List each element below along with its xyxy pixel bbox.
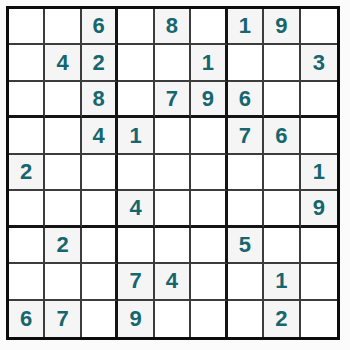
cell-r1c9[interactable] [301, 9, 337, 45]
cell-r8c2[interactable] [45, 264, 81, 300]
cell-r8c8: 1 [264, 264, 300, 300]
cell-r6c9: 9 [301, 191, 337, 227]
cell-r9c1: 6 [9, 301, 45, 337]
cell-r8c3[interactable] [82, 264, 118, 300]
cell-r1c4[interactable] [118, 9, 154, 45]
cell-r1c1[interactable] [9, 9, 45, 45]
cell-r6c4: 4 [118, 191, 154, 227]
cell-r9c7[interactable] [228, 301, 264, 337]
cell-r4c9[interactable] [301, 118, 337, 154]
cell-r5c7[interactable] [228, 155, 264, 191]
cell-r5c5[interactable] [155, 155, 191, 191]
cell-r7c6[interactable] [191, 228, 227, 264]
cell-r2c8[interactable] [264, 45, 300, 81]
cell-r8c7[interactable] [228, 264, 264, 300]
cell-r3c2[interactable] [45, 82, 81, 118]
cell-r7c3[interactable] [82, 228, 118, 264]
cell-r9c6[interactable] [191, 301, 227, 337]
cell-r5c8[interactable] [264, 155, 300, 191]
cell-r7c7: 5 [228, 228, 264, 264]
cell-r3c5: 7 [155, 82, 191, 118]
cell-r7c4[interactable] [118, 228, 154, 264]
cell-r6c7[interactable] [228, 191, 264, 227]
cell-r3c8[interactable] [264, 82, 300, 118]
cell-r7c1[interactable] [9, 228, 45, 264]
cell-r8c1[interactable] [9, 264, 45, 300]
cell-r4c7: 7 [228, 118, 264, 154]
cell-r1c5: 8 [155, 9, 191, 45]
cell-r6c3[interactable] [82, 191, 118, 227]
cell-r4c3: 4 [82, 118, 118, 154]
cell-r4c8: 6 [264, 118, 300, 154]
cell-r3c3: 8 [82, 82, 118, 118]
cell-r2c7[interactable] [228, 45, 264, 81]
cell-r3c9[interactable] [301, 82, 337, 118]
cell-r3c4[interactable] [118, 82, 154, 118]
cell-r8c4: 7 [118, 264, 154, 300]
cell-r1c7: 1 [228, 9, 264, 45]
cell-r2c5[interactable] [155, 45, 191, 81]
cell-r4c6[interactable] [191, 118, 227, 154]
cell-r8c9[interactable] [301, 264, 337, 300]
cell-r3c1[interactable] [9, 82, 45, 118]
cell-r8c6[interactable] [191, 264, 227, 300]
cell-r4c1[interactable] [9, 118, 45, 154]
cell-r1c6[interactable] [191, 9, 227, 45]
cell-r2c6: 1 [191, 45, 227, 81]
cell-r9c8: 2 [264, 301, 300, 337]
cell-r2c3: 2 [82, 45, 118, 81]
cell-r7c9[interactable] [301, 228, 337, 264]
cell-r1c8: 9 [264, 9, 300, 45]
cell-r1c3: 6 [82, 9, 118, 45]
cell-r9c3[interactable] [82, 301, 118, 337]
cell-r7c8[interactable] [264, 228, 300, 264]
cell-r5c9: 1 [301, 155, 337, 191]
cell-r7c5[interactable] [155, 228, 191, 264]
cell-r3c7: 6 [228, 82, 264, 118]
cell-r5c4[interactable] [118, 155, 154, 191]
cell-r4c5[interactable] [155, 118, 191, 154]
cell-r9c4: 9 [118, 301, 154, 337]
cell-r8c5: 4 [155, 264, 191, 300]
cell-r1c2[interactable] [45, 9, 81, 45]
cell-r4c2[interactable] [45, 118, 81, 154]
cell-r6c2[interactable] [45, 191, 81, 227]
cell-r6c1[interactable] [9, 191, 45, 227]
cell-r6c8[interactable] [264, 191, 300, 227]
cell-r5c3[interactable] [82, 155, 118, 191]
cell-r2c4[interactable] [118, 45, 154, 81]
cell-r4c4: 1 [118, 118, 154, 154]
cell-r2c1[interactable] [9, 45, 45, 81]
cell-r5c1: 2 [9, 155, 45, 191]
cell-r7c2: 2 [45, 228, 81, 264]
cell-r3c6: 9 [191, 82, 227, 118]
cell-r2c2: 4 [45, 45, 81, 81]
cell-r9c5[interactable] [155, 301, 191, 337]
cell-r5c2[interactable] [45, 155, 81, 191]
cell-r9c9[interactable] [301, 301, 337, 337]
cell-r6c6[interactable] [191, 191, 227, 227]
cell-r6c5[interactable] [155, 191, 191, 227]
cell-r9c2: 7 [45, 301, 81, 337]
sudoku-board: 68194213879641762149257416792 [6, 6, 340, 340]
cell-r5c6[interactable] [191, 155, 227, 191]
cell-r2c9: 3 [301, 45, 337, 81]
